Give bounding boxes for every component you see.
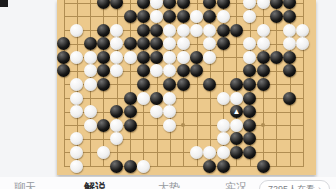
white-stone — [150, 105, 163, 118]
white-stone — [217, 119, 230, 132]
white-stone — [177, 24, 190, 37]
black-stone — [97, 24, 110, 37]
black-stone — [283, 92, 296, 105]
black-stone — [137, 10, 150, 23]
black-stone — [270, 51, 283, 64]
black-stone — [137, 0, 150, 9]
black-stone — [243, 92, 256, 105]
white-stone — [110, 132, 123, 145]
black-stone — [243, 146, 256, 159]
black-stone — [177, 64, 190, 77]
black-stone — [163, 78, 176, 91]
grid-line — [64, 0, 65, 166]
white-stone — [70, 24, 83, 37]
white-stone — [243, 10, 256, 23]
white-stone — [177, 37, 190, 50]
hoshi-point — [261, 123, 265, 127]
black-stone — [203, 160, 216, 173]
black-stone — [230, 24, 243, 37]
black-stone — [230, 105, 243, 118]
black-stone — [243, 132, 256, 145]
black-stone — [177, 10, 190, 23]
white-stone — [283, 37, 296, 50]
white-stone — [70, 51, 83, 64]
white-stone — [84, 51, 97, 64]
black-stone — [137, 51, 150, 64]
white-stone — [70, 160, 83, 173]
black-stone — [217, 37, 230, 50]
black-stone — [230, 146, 243, 159]
black-stone — [110, 0, 123, 9]
black-stone — [217, 24, 230, 37]
black-stone — [97, 119, 110, 132]
white-stone — [257, 24, 270, 37]
go-board[interactable]: ▲ — [57, 0, 316, 175]
tab-live[interactable]: 实况 — [225, 180, 247, 189]
black-stone — [163, 10, 176, 23]
white-stone — [163, 24, 176, 37]
white-stone — [70, 146, 83, 159]
black-stone — [283, 0, 296, 9]
black-stone — [283, 51, 296, 64]
hoshi-point — [181, 123, 185, 127]
black-stone — [57, 37, 70, 50]
white-stone — [150, 0, 163, 9]
black-stone — [137, 78, 150, 91]
black-stone — [97, 64, 110, 77]
black-stone — [97, 78, 110, 91]
white-stone — [243, 37, 256, 50]
white-stone — [243, 51, 256, 64]
white-stone — [257, 37, 270, 50]
white-stone — [84, 105, 97, 118]
white-stone — [163, 92, 176, 105]
viewers-button[interactable]: 7295人在看› — [259, 180, 330, 189]
white-stone — [203, 51, 216, 64]
black-stone — [97, 51, 110, 64]
black-stone — [283, 64, 296, 77]
black-stone — [243, 105, 256, 118]
white-stone — [97, 146, 110, 159]
black-stone — [243, 78, 256, 91]
grid-line — [64, 139, 304, 140]
black-stone — [257, 160, 270, 173]
black-stone — [124, 160, 137, 173]
white-stone — [84, 119, 97, 132]
black-stone — [150, 37, 163, 50]
black-stone — [257, 64, 270, 77]
white-stone — [190, 146, 203, 159]
black-stone — [97, 37, 110, 50]
white-stone — [124, 51, 137, 64]
white-stone — [84, 64, 97, 77]
white-stone — [203, 24, 216, 37]
black-stone — [190, 64, 203, 77]
grid-line — [64, 98, 304, 99]
black-stone — [110, 105, 123, 118]
black-stone — [137, 37, 150, 50]
white-stone — [70, 78, 83, 91]
white-stone — [243, 0, 256, 9]
black-stone — [124, 92, 137, 105]
bottom-tab-bar: 聊天 解说 大势 实况 7295人在看› — [0, 177, 336, 189]
white-stone — [70, 105, 83, 118]
black-stone — [150, 24, 163, 37]
white-stone — [137, 160, 150, 173]
cropped-ui-fragment — [0, 0, 8, 7]
white-stone — [137, 92, 150, 105]
chevron-right-icon: › — [318, 184, 321, 189]
white-stone — [257, 0, 270, 9]
white-stone — [177, 51, 190, 64]
grid-line — [130, 0, 131, 166]
grid-line — [276, 0, 277, 166]
black-stone — [57, 51, 70, 64]
white-stone — [110, 51, 123, 64]
black-stone — [230, 132, 243, 145]
white-stone — [163, 119, 176, 132]
white-stone — [70, 92, 83, 105]
white-stone — [217, 132, 230, 145]
white-stone — [70, 132, 83, 145]
black-stone — [217, 160, 230, 173]
white-stone — [163, 105, 176, 118]
white-stone — [110, 37, 123, 50]
black-stone — [203, 0, 216, 9]
black-stone — [150, 92, 163, 105]
white-stone — [110, 119, 123, 132]
black-stone — [124, 10, 137, 23]
black-stone — [270, 0, 283, 9]
white-stone — [217, 10, 230, 23]
white-stone — [163, 64, 176, 77]
black-stone — [177, 0, 190, 9]
tab-chat[interactable]: 聊天 — [14, 180, 36, 189]
black-stone — [137, 24, 150, 37]
tab-commentary[interactable]: 解说 — [84, 180, 106, 189]
black-stone — [84, 37, 97, 50]
black-stone — [243, 64, 256, 77]
grid-line — [64, 112, 304, 113]
black-stone — [257, 78, 270, 91]
white-stone — [296, 24, 309, 37]
white-stone — [296, 37, 309, 50]
black-stone — [124, 105, 137, 118]
black-stone — [163, 0, 176, 9]
white-stone — [230, 119, 243, 132]
white-stone — [150, 64, 163, 77]
black-stone — [203, 10, 216, 23]
black-stone — [124, 119, 137, 132]
white-stone — [163, 37, 176, 50]
black-stone — [203, 78, 216, 91]
white-stone — [163, 51, 176, 64]
black-stone — [217, 0, 230, 9]
white-stone — [230, 92, 243, 105]
black-stone — [57, 64, 70, 77]
white-stone — [217, 146, 230, 159]
black-stone — [137, 64, 150, 77]
black-stone — [124, 37, 137, 50]
black-stone — [243, 119, 256, 132]
tab-influence[interactable]: 大势 — [158, 180, 180, 189]
white-stone — [217, 92, 230, 105]
black-stone — [97, 0, 110, 9]
white-stone — [190, 10, 203, 23]
app-screen: ▲ 聊天 解说 大势 实况 7295人在看› — [0, 0, 336, 189]
black-stone — [177, 78, 190, 91]
black-stone — [270, 10, 283, 23]
white-stone — [84, 78, 97, 91]
white-stone — [203, 146, 216, 159]
black-stone — [283, 10, 296, 23]
black-stone — [257, 51, 270, 64]
white-stone — [110, 24, 123, 37]
black-stone — [110, 160, 123, 173]
white-stone — [190, 24, 203, 37]
white-stone — [110, 64, 123, 77]
white-stone — [150, 10, 163, 23]
black-stone — [150, 51, 163, 64]
viewers-count: 7295人在看 — [268, 184, 315, 189]
white-stone — [283, 24, 296, 37]
black-stone — [230, 78, 243, 91]
black-stone — [190, 51, 203, 64]
white-stone — [203, 37, 216, 50]
